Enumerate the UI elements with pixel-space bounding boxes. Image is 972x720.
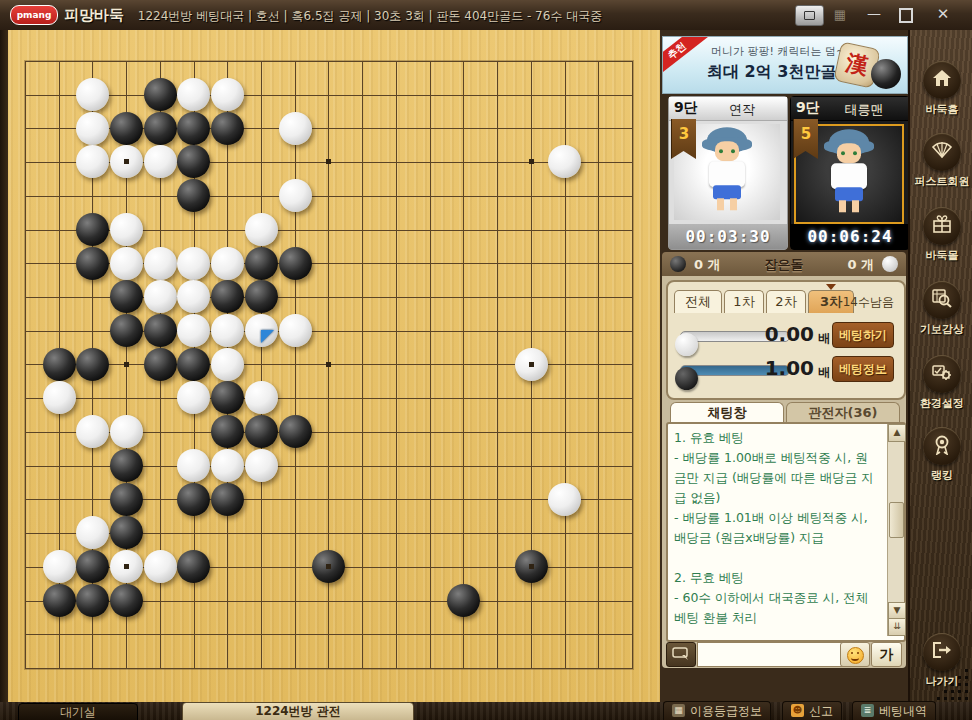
settings-gear-icon [932,367,952,386]
white-stone-icon [882,256,898,272]
scroll-bottom-icon[interactable]: ⇊ [888,618,906,636]
black-stone [144,112,177,145]
black-stone-icon [871,59,901,89]
sidebar-label: 바둑홈 [910,102,972,117]
app-window: pmang 피망바둑 1224번방 베팅대국 | 호선 | 흑6.5집 공제 |… [0,0,972,720]
ad-ribbon: 추천 [662,36,713,82]
black-stone [279,415,312,448]
player-name: 태릉맨 [825,101,903,119]
player-name: 연작 [703,101,781,119]
black-stone [177,348,210,381]
player-card-black: 9단 연작 3 00:03:30 [668,96,788,250]
white-stone [245,381,278,414]
white-stone [110,415,143,448]
white-stone [245,449,278,482]
minimize-button[interactable]: — [862,5,886,24]
smiley-icon [847,647,864,664]
white-stone [144,550,177,583]
black-stone [110,483,143,516]
bet-tab-전체[interactable]: 전체 [674,290,722,313]
black-stone [447,584,480,617]
black-stone [76,213,109,246]
betting-chat-panel: 전체1차2차3차 14수남음 0.00배베팅하기1.00배베팅정보 채팅창 관전… [662,276,906,668]
emoji-button[interactable] [840,642,870,667]
star-point [529,362,534,367]
star-point [529,159,534,164]
white-stone [76,112,109,145]
star-point [326,362,331,367]
sidebar-label: 랭킹 [910,468,972,483]
white-stone [211,348,244,381]
white-stone [279,314,312,347]
black-stone [110,516,143,549]
home-icon [932,72,952,91]
moves-remaining: 14수남음 [843,294,894,311]
chat-mode-icon[interactable] [666,642,696,667]
star-point [326,159,331,164]
tab-spectators[interactable]: 관전자(36) [786,402,900,423]
white-stone [279,179,312,212]
title-bar: pmang 피망바둑 1224번방 베팅대국 | 호선 | 흑6.5집 공제 |… [0,0,972,31]
room-title: 1224번방 베팅대국 | 호선 | 흑6.5집 공제 | 30초 3회 | 판… [0,8,740,25]
betting-history-icon: ≣ [861,704,874,717]
exit-icon [931,644,953,663]
bet-tab-1차[interactable]: 1차 [724,290,764,313]
black-stone [76,550,109,583]
black-stone [211,112,244,145]
black-stone [110,280,143,313]
black-stone [110,449,143,482]
white-stone [144,145,177,178]
white-stone [177,247,210,280]
ranking-medal-icon [933,440,951,459]
white-captured-count: 0 개 [847,256,874,274]
ad-banner[interactable]: 추천 머니가 팡팡! 캐릭터는 덤~ 최대 2억 3천만골드! 漢 [662,36,908,94]
grade-info-icon: ▦ [672,704,685,717]
betting-box: 전체1차2차3차 14수남음 0.00배베팅하기1.00배베팅정보 [666,280,906,400]
sidebar-label: 퍼스트회원 [910,174,972,189]
black-stone [245,415,278,448]
gift-icon [932,218,952,237]
bet-tab-2차[interactable]: 2차 [766,290,806,313]
player-card-header: 9단 연작 [669,97,787,121]
white-stone [144,247,177,280]
black-stone [144,314,177,347]
bet-multiplier-value: 1.00 [765,356,814,380]
board-frame-edge [0,30,8,702]
white-stone [211,314,244,347]
chat-input[interactable] [697,642,849,667]
sidebar-button-환경설정[interactable] [923,355,961,393]
grid-icon[interactable]: ▦ [830,5,850,24]
white-stone [144,280,177,313]
player-rank: 9단 [796,99,820,117]
screenshot-camera-icon[interactable] [795,5,824,26]
report-person-icon: ☻ [791,704,804,717]
black-stone [110,112,143,145]
black-stone [76,584,109,617]
white-stone [43,550,76,583]
bet-unit: 배 [818,330,830,347]
player-card-header: 9단 태릉맨 [791,97,909,121]
go-board[interactable] [0,30,660,702]
black-stone [144,78,177,111]
black-stone [245,280,278,313]
bet-button[interactable]: 베팅하기 [832,322,894,348]
player-rank: 9단 [674,99,698,117]
chat-scrollbar[interactable]: ▲ ▼ ⇊ [887,424,904,636]
sidebar-label: 기보감상 [910,322,972,337]
tab-room-spectate[interactable]: 1224번방 관전 [182,702,414,720]
white-stone [211,449,244,482]
player-card-white: 9단 태릉맨 5 00:06:24 [790,96,910,250]
chat-input-row: 가 [666,642,902,665]
white-stone [211,247,244,280]
black-stone [144,348,177,381]
black-stone [177,483,210,516]
fan-icon [931,144,953,163]
close-button[interactable]: ✕ [928,5,958,24]
white-stone [110,247,143,280]
white-stone [548,483,581,516]
star-point [124,564,129,569]
sidebar-label: 환경설정 [910,396,972,411]
scroll-up-icon[interactable]: ▲ [888,424,906,442]
send-button[interactable]: 가 [871,642,902,667]
bet-slider-knob[interactable] [675,367,698,390]
star-point [529,564,534,569]
black-stone [43,584,76,617]
scrollbar-thumb[interactable] [889,502,904,538]
black-timer: 00:03:30 [669,224,787,249]
black-stone [110,584,143,617]
bet-slider-row: 0.00배베팅하기 [678,322,894,348]
white-stone [279,112,312,145]
statusbar-report-person[interactable]: ☻신고 [782,701,842,720]
sidebar-button-나가기[interactable] [923,633,961,671]
star-point [124,159,129,164]
tab-lobby[interactable]: 대기실 [18,703,138,720]
ad-text-line1: 머니가 팡팡! 캐릭터는 덤~ [711,44,845,59]
star-point [326,564,331,569]
white-timer: 00:06:24 [791,224,909,249]
statusbar-grade-info[interactable]: ▦이용등급정보 [663,701,771,720]
white-stone [43,381,76,414]
captured-stones-row: 0 개 잡은돌 0 개 [662,252,906,276]
black-stone [76,348,109,381]
black-stone [177,112,210,145]
sidebar-button-퍼스트회원[interactable] [923,133,961,171]
sidebar-button-랭킹[interactable] [923,427,961,465]
sidebar-button-바둑홈[interactable] [923,61,961,99]
record-search-icon [932,293,952,312]
bet-button[interactable]: 베팅정보 [832,356,894,382]
sidebar-label: 바둑몰 [910,248,972,263]
statusbar-betting-history[interactable]: ≣베팅내역 [852,701,936,720]
chat-messages: 1. 유효 베팅 - 배당률 1.00배로 베팅적중 시, 원금만 지급 (배당… [674,428,878,632]
bet-multiplier-value: 0.00 [765,322,814,346]
black-stone [110,314,143,347]
chat-window: 1. 유효 베팅 - 배당률 1.00배로 베팅적중 시, 원금만 지급 (배당… [666,422,906,642]
right-sidebar: 바둑홈퍼스트회원바둑몰기보감상환경설정랭킹나가기 [908,30,972,720]
black-stone [211,415,244,448]
star-point [124,362,129,367]
bet-unit: 배 [818,364,830,381]
white-stone [76,78,109,111]
sidebar-button-바둑몰[interactable] [923,207,961,245]
last-move-marker [261,330,274,343]
bet-slider-row: 1.00배베팅정보 [678,356,894,382]
sidebar-button-기보감상[interactable] [923,281,961,319]
black-stone [76,247,109,280]
white-stone [177,449,210,482]
maximize-button[interactable] [894,5,918,24]
white-stone [211,78,244,111]
white-stone [110,213,143,246]
right-panel: 추천 머니가 팡팡! 캐릭터는 덤~ 최대 2억 3천만골드! 漢 9단 연작 … [660,30,908,702]
black-stone [279,247,312,280]
black-stone [43,348,76,381]
bet-slider-knob[interactable] [675,333,698,356]
black-stone [211,483,244,516]
black-stone [245,247,278,280]
white-stone [245,213,278,246]
tab-chat[interactable]: 채팅창 [670,402,784,423]
